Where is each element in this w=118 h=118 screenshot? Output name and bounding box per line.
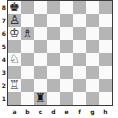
piece-white-king: ♔ xyxy=(8,27,21,40)
square-d1[interactable] xyxy=(47,92,60,105)
file-label-b: b xyxy=(21,106,34,117)
square-f4[interactable] xyxy=(73,53,86,66)
piece-white-knight: ♘ xyxy=(8,53,21,66)
rank-label-3: 3 xyxy=(0,66,6,79)
square-e2[interactable] xyxy=(60,79,73,92)
square-f5[interactable] xyxy=(73,40,86,53)
square-h4[interactable] xyxy=(99,53,112,66)
square-b5[interactable] xyxy=(21,40,34,53)
rank-label-4: 4 xyxy=(0,53,6,66)
rank-label-5: 5 xyxy=(0,40,6,53)
file-label-c: c xyxy=(34,106,47,117)
square-g3[interactable] xyxy=(86,66,99,79)
square-b3[interactable] xyxy=(21,66,34,79)
square-h3[interactable] xyxy=(99,66,112,79)
square-h6[interactable] xyxy=(99,27,112,40)
square-b7[interactable] xyxy=(21,14,34,27)
chess-diagram: 87654321 ♚♙♔♗♘♖♜ abcdefgh xyxy=(0,0,118,118)
square-a5[interactable] xyxy=(8,40,21,53)
square-b4[interactable] xyxy=(21,53,34,66)
square-h8[interactable] xyxy=(99,1,112,14)
square-a7[interactable]: ♙ xyxy=(8,14,21,27)
square-c5[interactable] xyxy=(34,40,47,53)
square-a3[interactable] xyxy=(8,66,21,79)
square-g2[interactable] xyxy=(86,79,99,92)
square-b6[interactable]: ♗ xyxy=(21,27,34,40)
rank-label-2: 2 xyxy=(0,79,6,92)
square-g4[interactable] xyxy=(86,53,99,66)
rank-label-7: 7 xyxy=(0,14,6,27)
square-h2[interactable] xyxy=(99,79,112,92)
piece-white-pawn: ♙ xyxy=(8,14,21,27)
square-d4[interactable] xyxy=(47,53,60,66)
file-label-e: e xyxy=(60,106,73,117)
rank-labels: 87654321 xyxy=(0,1,6,105)
square-c6[interactable] xyxy=(34,27,47,40)
square-g1[interactable] xyxy=(86,92,99,105)
square-e5[interactable] xyxy=(60,40,73,53)
square-d6[interactable] xyxy=(47,27,60,40)
square-e3[interactable] xyxy=(60,66,73,79)
square-h5[interactable] xyxy=(99,40,112,53)
square-g5[interactable] xyxy=(86,40,99,53)
square-a6[interactable]: ♔ xyxy=(8,27,21,40)
square-b1[interactable] xyxy=(21,92,34,105)
square-d3[interactable] xyxy=(47,66,60,79)
piece-black-rook: ♜ xyxy=(34,92,47,105)
square-d5[interactable] xyxy=(47,40,60,53)
square-e6[interactable] xyxy=(60,27,73,40)
square-c4[interactable] xyxy=(34,53,47,66)
file-label-f: f xyxy=(73,106,86,117)
square-a4[interactable]: ♘ xyxy=(8,53,21,66)
square-f3[interactable] xyxy=(73,66,86,79)
file-label-d: d xyxy=(47,106,60,117)
file-label-h: h xyxy=(99,106,112,117)
square-f8[interactable] xyxy=(73,1,86,14)
square-g8[interactable] xyxy=(86,1,99,14)
square-f7[interactable] xyxy=(73,14,86,27)
square-e1[interactable] xyxy=(60,92,73,105)
square-d8[interactable] xyxy=(47,1,60,14)
square-f2[interactable] xyxy=(73,79,86,92)
square-c1[interactable]: ♜ xyxy=(34,92,47,105)
rank-label-1: 1 xyxy=(0,92,6,105)
file-label-g: g xyxy=(86,106,99,117)
square-a1[interactable] xyxy=(8,92,21,105)
square-e8[interactable] xyxy=(60,1,73,14)
square-a8[interactable]: ♚ xyxy=(8,1,21,14)
square-c8[interactable] xyxy=(34,1,47,14)
square-d7[interactable] xyxy=(47,14,60,27)
board: ♚♙♔♗♘♖♜ xyxy=(7,0,113,106)
square-b8[interactable] xyxy=(21,1,34,14)
piece-white-bishop: ♗ xyxy=(21,27,34,40)
square-h7[interactable] xyxy=(99,14,112,27)
square-c7[interactable] xyxy=(34,14,47,27)
square-c3[interactable] xyxy=(34,66,47,79)
square-a2[interactable]: ♖ xyxy=(8,79,21,92)
square-e7[interactable] xyxy=(60,14,73,27)
square-g7[interactable] xyxy=(86,14,99,27)
rank-label-8: 8 xyxy=(0,1,6,14)
square-h1[interactable] xyxy=(99,92,112,105)
square-c2[interactable] xyxy=(34,79,47,92)
rank-label-6: 6 xyxy=(0,27,6,40)
square-g6[interactable] xyxy=(86,27,99,40)
file-label-a: a xyxy=(8,106,21,117)
square-f6[interactable] xyxy=(73,27,86,40)
square-d2[interactable] xyxy=(47,79,60,92)
square-e4[interactable] xyxy=(60,53,73,66)
file-labels: abcdefgh xyxy=(8,106,112,117)
piece-black-king: ♚ xyxy=(8,1,21,14)
square-b2[interactable] xyxy=(21,79,34,92)
square-f1[interactable] xyxy=(73,92,86,105)
piece-white-rook: ♖ xyxy=(8,79,21,92)
